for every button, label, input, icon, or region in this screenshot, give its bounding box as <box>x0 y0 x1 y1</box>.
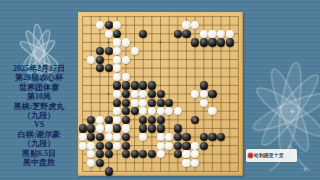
info-game-number: 第10局 <box>0 92 78 101</box>
video-frame-background: ✦ ✦ ✦ 2025年2月17日 第26届农心杯 世界团体赛 第10局 黑棋:芝… <box>0 0 320 180</box>
last-move-marker <box>194 118 197 121</box>
game-info-panel: 2025年2月17日 第26届农心杯 世界团体赛 第10局 黑棋:芝野虎丸 （九… <box>0 64 78 167</box>
info-event: 第26届农心杯 <box>0 73 78 82</box>
info-vs: VS <box>0 120 78 129</box>
info-black-rank: （九段） <box>0 111 78 120</box>
info-white-rank: （九段） <box>0 139 78 148</box>
go-board <box>78 12 243 176</box>
red-dot-logo-icon <box>248 153 253 158</box>
info-result: 黑中盘胜 <box>0 158 78 167</box>
info-white-player: 白棋:谢尔豪 <box>0 130 78 139</box>
sparkle-icon: ✦ <box>288 106 296 117</box>
info-komi: 黑贴6.5目 <box>0 149 78 158</box>
channel-watermark-text: 哈利路亚十景 <box>254 152 284 159</box>
info-black-player: 黑棋:芝野虎丸 <box>0 102 78 111</box>
sparkle-icon: ✦ <box>302 166 308 174</box>
channel-watermark: 哈利路亚十景 <box>246 149 297 162</box>
info-date: 2025年2月17日 <box>0 64 78 73</box>
info-event2: 世界团体赛 <box>0 83 78 92</box>
